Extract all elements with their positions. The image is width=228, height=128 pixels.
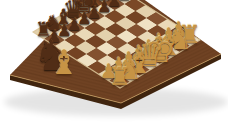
chess-board bbox=[0, 0, 228, 128]
chess-set-product-photo: ♜♞♝♛♚♝♞♜♟♟♟♟♟♟♟♟♟♟♟♟♟♟♟♟♜♞♝♛♚♝♞♜♞♝ bbox=[0, 0, 228, 128]
